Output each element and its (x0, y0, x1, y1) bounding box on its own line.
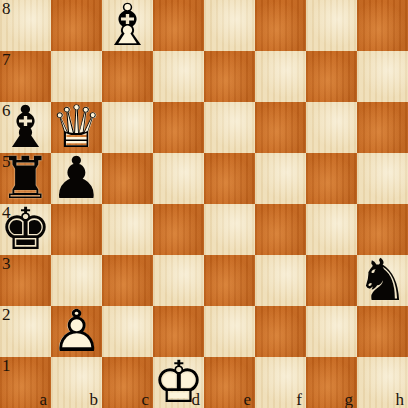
square-a6[interactable]: 6♝ (0, 102, 51, 153)
square-e2[interactable] (204, 306, 255, 357)
square-a5[interactable]: 5♜ (0, 153, 51, 204)
square-f6[interactable] (255, 102, 306, 153)
square-d7[interactable] (153, 51, 204, 102)
square-c7[interactable] (102, 51, 153, 102)
square-g1[interactable]: g (306, 357, 357, 408)
square-e1[interactable]: e (204, 357, 255, 408)
piece-white-queen[interactable]: ♛♕ (51, 102, 102, 153)
square-e3[interactable] (204, 255, 255, 306)
square-e5[interactable] (204, 153, 255, 204)
square-f5[interactable] (255, 153, 306, 204)
square-g5[interactable] (306, 153, 357, 204)
square-d6[interactable] (153, 102, 204, 153)
white-pawn-outline-glyph: ♙ (51, 306, 102, 357)
square-c5[interactable] (102, 153, 153, 204)
black-pawn-glyph: ♟ (51, 153, 102, 204)
square-g6[interactable] (306, 102, 357, 153)
square-b1[interactable]: b (51, 357, 102, 408)
rank-label-1: 1 (2, 357, 11, 376)
square-c3[interactable] (102, 255, 153, 306)
square-f7[interactable] (255, 51, 306, 102)
square-c4[interactable] (102, 204, 153, 255)
square-g3[interactable] (306, 255, 357, 306)
rank-label-8: 8 (2, 0, 11, 19)
square-h8[interactable] (357, 0, 408, 51)
file-label-a: a (39, 391, 47, 408)
piece-black-knight[interactable]: ♞ (357, 255, 408, 306)
piece-black-pawn[interactable]: ♟ (51, 153, 102, 204)
file-label-c: c (141, 391, 149, 408)
square-b2[interactable]: ♟♙ (51, 306, 102, 357)
square-f3[interactable] (255, 255, 306, 306)
square-f1[interactable]: f (255, 357, 306, 408)
rank-label-5: 5 (2, 153, 11, 172)
square-h4[interactable] (357, 204, 408, 255)
piece-white-pawn[interactable]: ♟♙ (51, 306, 102, 357)
rank-label-3: 3 (2, 255, 11, 274)
square-b3[interactable] (51, 255, 102, 306)
square-d2[interactable] (153, 306, 204, 357)
square-b7[interactable] (51, 51, 102, 102)
file-label-h: h (396, 391, 405, 408)
square-d3[interactable] (153, 255, 204, 306)
square-h3[interactable]: ♞ (357, 255, 408, 306)
square-d1[interactable]: d♚♔ (153, 357, 204, 408)
square-c6[interactable] (102, 102, 153, 153)
square-d8[interactable] (153, 0, 204, 51)
square-f8[interactable] (255, 0, 306, 51)
square-b5[interactable]: ♟ (51, 153, 102, 204)
square-b8[interactable] (51, 0, 102, 51)
square-b4[interactable] (51, 204, 102, 255)
square-d4[interactable] (153, 204, 204, 255)
square-a2[interactable]: 2 (0, 306, 51, 357)
square-g4[interactable] (306, 204, 357, 255)
white-bishop-outline-glyph: ♗ (102, 0, 153, 51)
square-c2[interactable] (102, 306, 153, 357)
square-h7[interactable] (357, 51, 408, 102)
square-a3[interactable]: 3 (0, 255, 51, 306)
piece-white-bishop[interactable]: ♝♗ (102, 0, 153, 51)
square-c1[interactable]: c (102, 357, 153, 408)
square-g8[interactable] (306, 0, 357, 51)
square-a4[interactable]: 4♚ (0, 204, 51, 255)
file-label-d: d (192, 391, 201, 408)
square-g2[interactable] (306, 306, 357, 357)
square-c8[interactable]: ♝♗ (102, 0, 153, 51)
square-f4[interactable] (255, 204, 306, 255)
rank-label-4: 4 (2, 204, 11, 223)
square-h1[interactable]: h (357, 357, 408, 408)
rank-label-2: 2 (2, 306, 11, 325)
chess-board: 8♝♗76♝♛♕5♜♟4♚3♞2♟♙1abcd♚♔efgh (0, 0, 408, 408)
square-d5[interactable] (153, 153, 204, 204)
file-label-e: e (243, 391, 251, 408)
file-label-b: b (90, 391, 99, 408)
square-b6[interactable]: ♛♕ (51, 102, 102, 153)
square-h2[interactable] (357, 306, 408, 357)
square-h5[interactable] (357, 153, 408, 204)
square-h6[interactable] (357, 102, 408, 153)
square-e4[interactable] (204, 204, 255, 255)
square-e8[interactable] (204, 0, 255, 51)
square-a7[interactable]: 7 (0, 51, 51, 102)
square-g7[interactable] (306, 51, 357, 102)
square-f2[interactable] (255, 306, 306, 357)
square-a1[interactable]: 1a (0, 357, 51, 408)
rank-label-6: 6 (2, 102, 11, 121)
black-knight-glyph: ♞ (357, 255, 408, 306)
square-e6[interactable] (204, 102, 255, 153)
white-queen-outline-glyph: ♕ (51, 102, 102, 153)
square-a8[interactable]: 8 (0, 0, 51, 51)
file-label-f: f (296, 391, 302, 408)
file-label-g: g (345, 391, 354, 408)
square-e7[interactable] (204, 51, 255, 102)
rank-label-7: 7 (2, 51, 11, 70)
